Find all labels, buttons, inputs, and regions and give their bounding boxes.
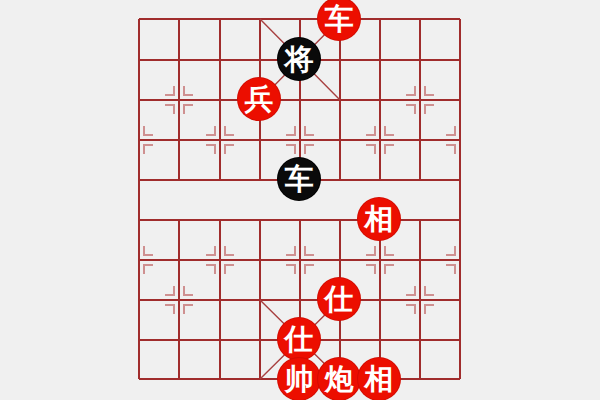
piece-red-soldier[interactable]: 兵 [238,78,280,120]
piece-red-general[interactable]: 帅 [278,358,320,400]
piece-red-advisor[interactable]: 仕 [318,278,360,320]
board-grid[interactable]: 车将兵车相仕仕帅炮相 [119,0,479,399]
piece-red-cannon[interactable]: 炮 [318,358,360,400]
piece-red-chariot[interactable]: 车 [318,0,360,40]
xiangqi-board-stage: 车将兵车相仕仕帅炮相 [0,0,600,400]
piece-black-general[interactable]: 将 [278,38,320,80]
piece-black-chariot[interactable]: 车 [278,158,320,200]
piece-red-elephant[interactable]: 相 [358,198,400,240]
piece-red-elephant-2[interactable]: 相 [358,358,400,400]
piece-red-advisor-2[interactable]: 仕 [278,318,320,360]
